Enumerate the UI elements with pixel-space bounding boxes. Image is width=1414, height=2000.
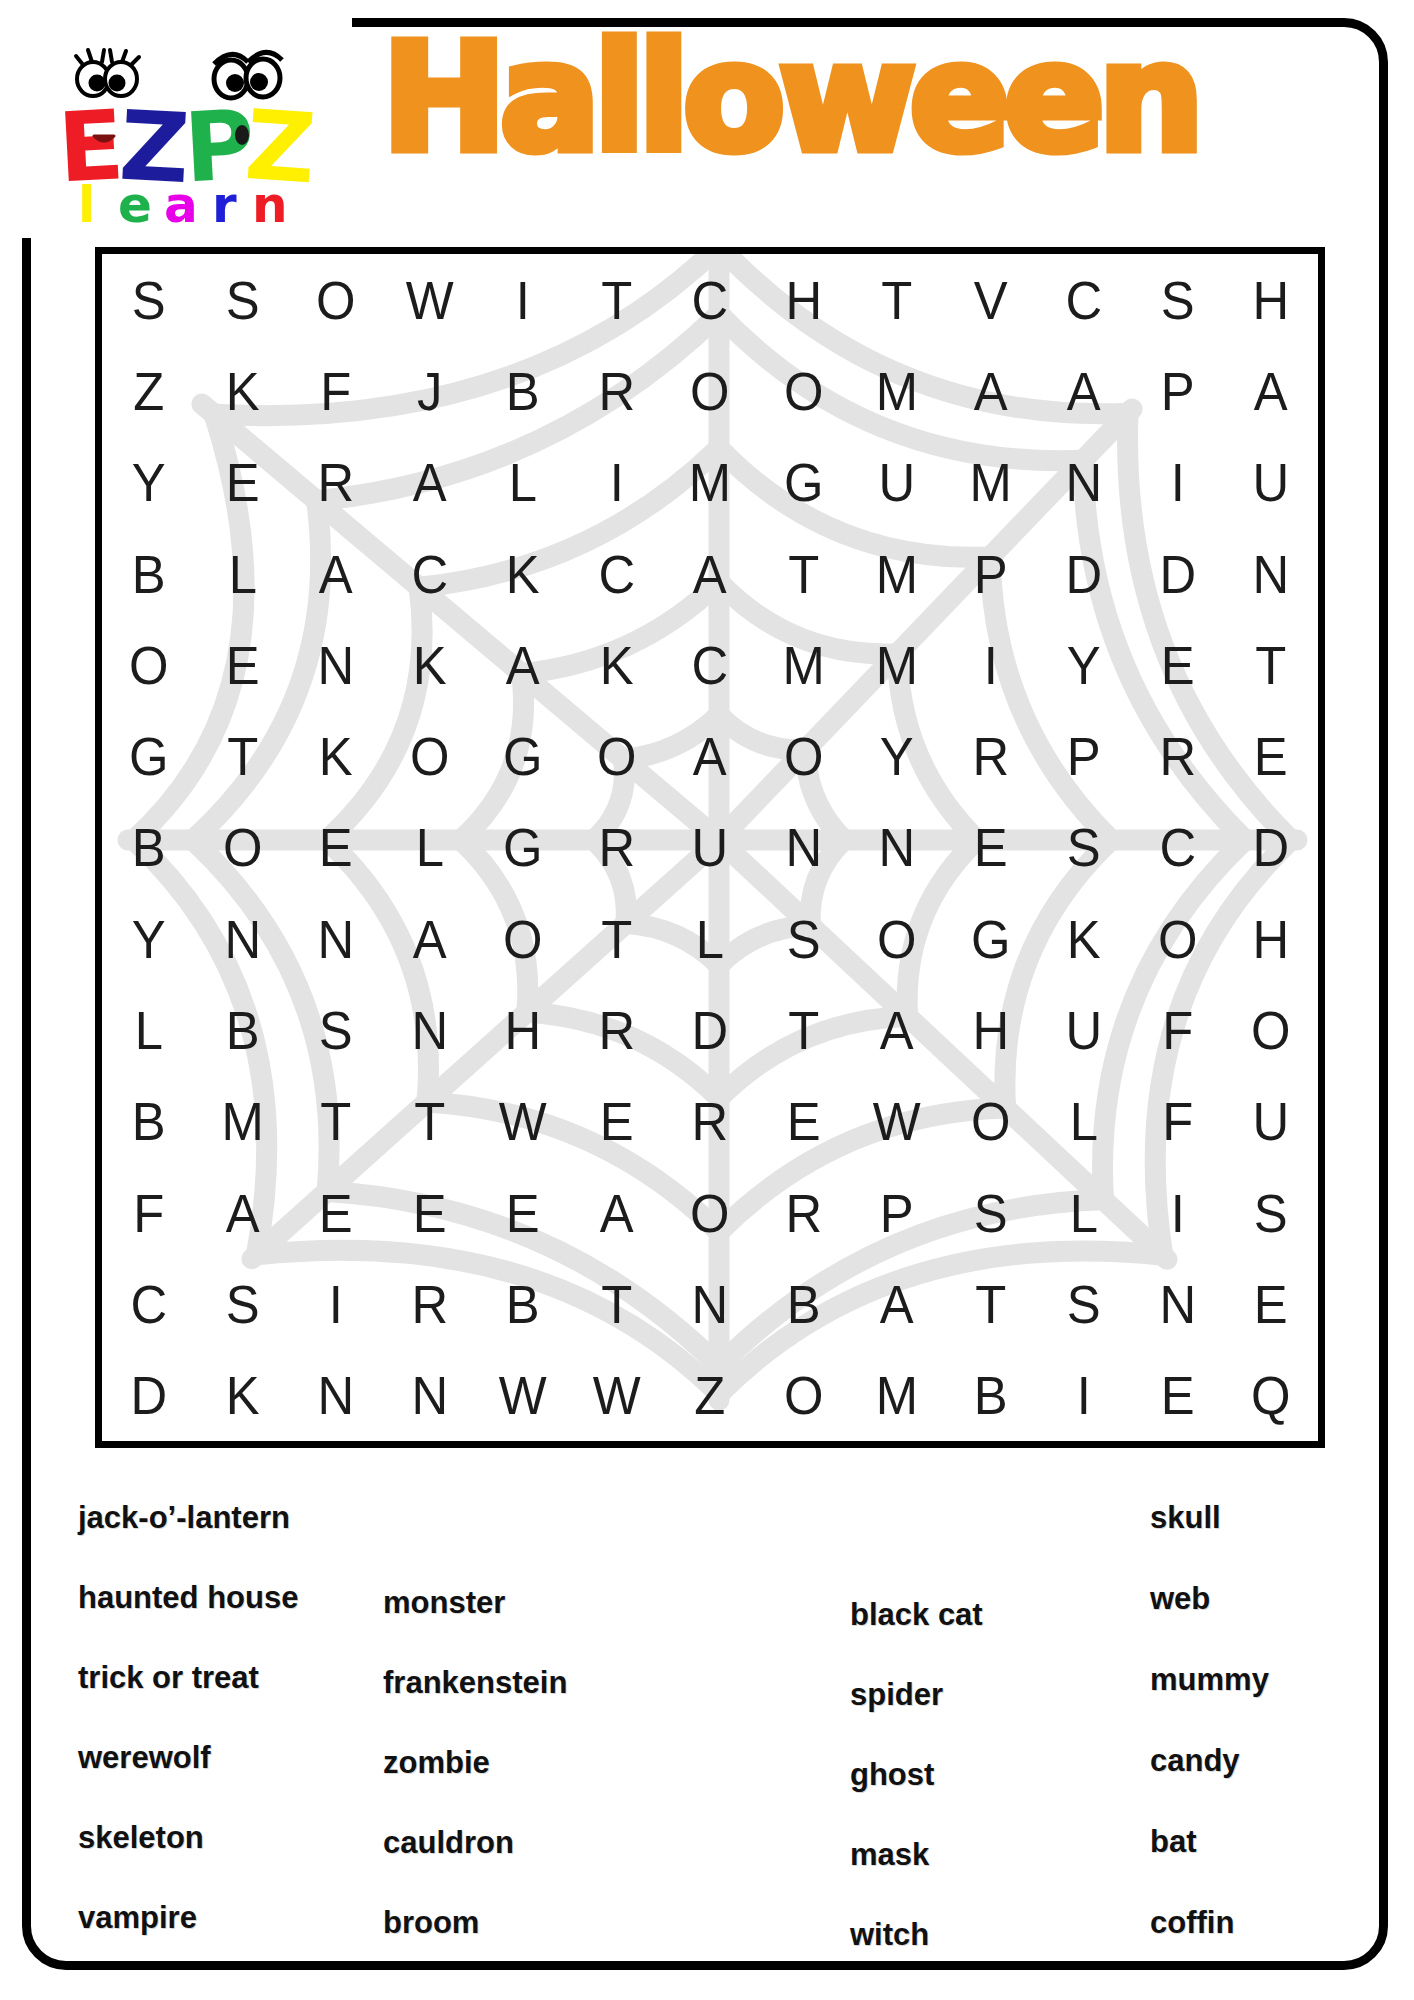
- word-item: witch: [850, 1895, 983, 1975]
- word-list-column-2: monsterfrankensteinzombiecauldronbroom: [383, 1563, 567, 1963]
- grid-cell-r12c5[interactable]: B: [479, 1258, 567, 1349]
- grid-cell-r10c2[interactable]: M: [198, 1076, 286, 1167]
- grid-cell-r9c1[interactable]: L: [105, 984, 193, 1075]
- word-list-column-4: skullwebmummycandybatcoffin: [1150, 1477, 1269, 1963]
- grid-cell-r8c1[interactable]: Y: [105, 893, 193, 984]
- grid-cell-r9c2[interactable]: B: [198, 984, 286, 1075]
- grid-cell-r9c3[interactable]: S: [292, 984, 380, 1075]
- grid-cell-r5c3[interactable]: N: [292, 619, 380, 710]
- grid-cell-r5c11[interactable]: Y: [1040, 619, 1128, 710]
- grid-cell-r13c9[interactable]: M: [853, 1350, 941, 1441]
- grid-cell-r8c7[interactable]: L: [666, 893, 754, 984]
- grid-cell-r13c12[interactable]: E: [1134, 1350, 1222, 1441]
- word-item: frankenstein: [383, 1643, 567, 1723]
- grid-cell-r9c10[interactable]: H: [947, 984, 1035, 1075]
- grid-cell-r1c6[interactable]: T: [572, 254, 660, 345]
- word-item: zombie: [383, 1723, 567, 1803]
- word-item: mummy: [1150, 1639, 1269, 1720]
- grid-cell-r2c4[interactable]: J: [385, 345, 473, 436]
- grid-cell-r11c8[interactable]: R: [760, 1167, 848, 1258]
- word-item: candy: [1150, 1720, 1269, 1801]
- grid-cell-r3c10[interactable]: M: [947, 437, 1035, 528]
- grid-cell-r7c7[interactable]: U: [666, 802, 754, 893]
- word-item: werewolf: [78, 1718, 298, 1798]
- grid-cell-r12c2[interactable]: S: [198, 1258, 286, 1349]
- grid-cell-r4c9[interactable]: M: [853, 528, 941, 619]
- word-item: vampire: [78, 1878, 298, 1958]
- worksheet-page: EZPZ learn Halloween SSOWITCHTVCSHZKFJBR…: [0, 0, 1414, 2000]
- grid-cell-r7c3[interactable]: E: [292, 802, 380, 893]
- learn-letter-e: e: [118, 176, 152, 227]
- grid-cell-r7c8[interactable]: N: [760, 802, 848, 893]
- grid-cell-r3c8[interactable]: G: [760, 437, 848, 528]
- grid-cell-r2c6[interactable]: R: [572, 345, 660, 436]
- grid-cell-r10c6[interactable]: E: [572, 1076, 660, 1167]
- grid-cell-r6c10[interactable]: R: [947, 711, 1035, 802]
- grid-cell-r7c5[interactable]: G: [479, 802, 567, 893]
- grid-cell-r2c9[interactable]: M: [853, 345, 941, 436]
- grid-cell-r1c12[interactable]: S: [1134, 254, 1222, 345]
- o-mouth-icon: [235, 125, 249, 145]
- grid-cell-r8c8[interactable]: S: [760, 893, 848, 984]
- grid-cell-r10c8[interactable]: E: [760, 1076, 848, 1167]
- grid-cell-r2c2[interactable]: K: [198, 345, 286, 436]
- grid-cell-r8c12[interactable]: O: [1134, 893, 1222, 984]
- word-item: jack-o’-lantern: [78, 1478, 298, 1558]
- grid-cell-r10c7[interactable]: R: [666, 1076, 754, 1167]
- grid-cell-r8c2[interactable]: N: [198, 893, 286, 984]
- grid-cell-r12c10[interactable]: T: [947, 1258, 1035, 1349]
- grid-cell-r12c7[interactable]: N: [666, 1258, 754, 1349]
- grid-cell-r12c8[interactable]: B: [760, 1258, 848, 1349]
- grid-cell-r9c9[interactable]: A: [853, 984, 941, 1075]
- grid-cell-r5c12[interactable]: E: [1134, 619, 1222, 710]
- grid-cell-r12c13[interactable]: E: [1227, 1258, 1315, 1349]
- grid-cell-r4c2[interactable]: L: [198, 528, 286, 619]
- ezpz-learn-logo: EZPZ learn: [46, 32, 336, 227]
- word-list-column-3: black catspiderghostmaskwitch: [850, 1575, 983, 1975]
- grid-cell-r4c1[interactable]: B: [105, 528, 193, 619]
- grid-cell-r13c8[interactable]: O: [760, 1350, 848, 1441]
- word-item: web: [1150, 1558, 1269, 1639]
- grid-cell-r11c11[interactable]: L: [1040, 1167, 1128, 1258]
- grid-cell-r6c12[interactable]: R: [1134, 711, 1222, 802]
- grid-cell-r10c10[interactable]: O: [947, 1076, 1035, 1167]
- grid-cell-r6c5[interactable]: G: [479, 711, 567, 802]
- grid-cell-r6c11[interactable]: P: [1040, 711, 1128, 802]
- grid-cell-r2c8[interactable]: O: [760, 345, 848, 436]
- word-item: haunted house: [78, 1558, 298, 1638]
- grid-cell-r11c13[interactable]: S: [1227, 1167, 1315, 1258]
- grid-cell-r1c4[interactable]: W: [385, 254, 473, 345]
- grid-cell-r11c9[interactable]: P: [853, 1167, 941, 1258]
- grid-cell-r13c2[interactable]: K: [198, 1350, 286, 1441]
- word-item: ghost: [850, 1735, 983, 1815]
- grid-cell-r9c7[interactable]: D: [666, 984, 754, 1075]
- grid-cell-r13c7[interactable]: Z: [666, 1350, 754, 1441]
- letter-grid: SSOWITCHTVCSHZKFJBROOMAAPAYERALIMGUMNIUB…: [102, 254, 1318, 1441]
- grid-cell-r9c4[interactable]: N: [385, 984, 473, 1075]
- grid-cell-r7c11[interactable]: S: [1040, 802, 1128, 893]
- grid-cell-r5c4[interactable]: K: [385, 619, 473, 710]
- grid-cell-r6c3[interactable]: K: [292, 711, 380, 802]
- word-item: skeleton: [78, 1798, 298, 1878]
- grid-cell-r8c10[interactable]: G: [947, 893, 1035, 984]
- word-item: bat: [1150, 1801, 1269, 1882]
- grid-cell-r5c10[interactable]: I: [947, 619, 1035, 710]
- grid-cell-r6c1[interactable]: G: [105, 711, 193, 802]
- learn-letter-n: n: [252, 176, 288, 227]
- grid-cell-r9c5[interactable]: H: [479, 984, 567, 1075]
- grid-cell-r11c7[interactable]: O: [666, 1167, 754, 1258]
- grid-cell-r12c6[interactable]: T: [572, 1258, 660, 1349]
- grid-cell-r1c5[interactable]: I: [479, 254, 567, 345]
- grid-cell-r6c9[interactable]: Y: [853, 711, 941, 802]
- word-item: skull: [1150, 1477, 1269, 1558]
- grid-cell-r13c10[interactable]: B: [947, 1350, 1035, 1441]
- word-search-grid: SSOWITCHTVCSHZKFJBROOMAAPAYERALIMGUMNIUB…: [95, 247, 1325, 1448]
- grid-cell-r8c6[interactable]: T: [572, 893, 660, 984]
- grid-cell-r3c4[interactable]: A: [385, 437, 473, 528]
- grid-cell-r12c9[interactable]: A: [853, 1258, 941, 1349]
- grid-cell-r6c2[interactable]: T: [198, 711, 286, 802]
- word-item: cauldron: [383, 1803, 567, 1883]
- grid-cell-r4c12[interactable]: D: [1134, 528, 1222, 619]
- word-item: monster: [383, 1563, 567, 1643]
- grid-cell-r2c1[interactable]: Z: [105, 345, 193, 436]
- grid-cell-r9c6[interactable]: R: [572, 984, 660, 1075]
- grid-cell-r10c9[interactable]: W: [853, 1076, 941, 1167]
- grid-cell-r13c6[interactable]: W: [572, 1350, 660, 1441]
- grid-cell-r7c12[interactable]: C: [1134, 802, 1222, 893]
- grid-cell-r7c2[interactable]: O: [198, 802, 286, 893]
- grid-cell-r11c4[interactable]: E: [385, 1167, 473, 1258]
- grid-cell-r5c6[interactable]: K: [572, 619, 660, 710]
- grid-cell-r1c11[interactable]: C: [1040, 254, 1128, 345]
- grid-cell-r10c1[interactable]: B: [105, 1076, 193, 1167]
- grid-cell-r9c13[interactable]: O: [1227, 984, 1315, 1075]
- grid-cell-r6c7[interactable]: A: [666, 711, 754, 802]
- grid-cell-r1c2[interactable]: S: [198, 254, 286, 345]
- grid-cell-r6c4[interactable]: O: [385, 711, 473, 802]
- grid-cell-r11c10[interactable]: S: [947, 1167, 1035, 1258]
- grid-cell-r3c5[interactable]: L: [479, 437, 567, 528]
- grid-cell-r8c11[interactable]: K: [1040, 893, 1128, 984]
- grid-cell-r10c12[interactable]: F: [1134, 1076, 1222, 1167]
- grid-cell-r2c12[interactable]: P: [1134, 345, 1222, 436]
- smile-mouth-icon: [94, 136, 114, 141]
- grid-cell-r4c10[interactable]: P: [947, 528, 1035, 619]
- grid-cell-r1c8[interactable]: H: [760, 254, 848, 345]
- word-item: black cat: [850, 1575, 983, 1655]
- word-item: broom: [383, 1883, 567, 1963]
- grid-cell-r4c7[interactable]: A: [666, 528, 754, 619]
- grid-cell-r7c4[interactable]: L: [385, 802, 473, 893]
- grid-cell-r1c7[interactable]: C: [666, 254, 754, 345]
- word-list-column-1: jack-o’-lanternhaunted housetrick or tre…: [78, 1478, 298, 1958]
- grid-cell-r12c12[interactable]: N: [1134, 1258, 1222, 1349]
- grid-cell-r2c11[interactable]: A: [1040, 345, 1128, 436]
- grid-cell-r11c5[interactable]: E: [479, 1167, 567, 1258]
- grid-cell-r4c3[interactable]: A: [292, 528, 380, 619]
- grid-cell-r3c11[interactable]: N: [1040, 437, 1128, 528]
- grid-cell-r7c9[interactable]: N: [853, 802, 941, 893]
- grid-cell-r9c8[interactable]: T: [760, 984, 848, 1075]
- grid-cell-r2c3[interactable]: F: [292, 345, 380, 436]
- grid-cell-r4c13[interactable]: N: [1227, 528, 1315, 619]
- grid-cell-r8c13[interactable]: H: [1227, 893, 1315, 984]
- grid-cell-r3c6[interactable]: I: [572, 437, 660, 528]
- word-item: mask: [850, 1815, 983, 1895]
- grid-cell-r10c11[interactable]: L: [1040, 1076, 1128, 1167]
- grid-cell-r13c3[interactable]: N: [292, 1350, 380, 1441]
- grid-cell-r11c3[interactable]: E: [292, 1167, 380, 1258]
- grid-cell-r2c10[interactable]: A: [947, 345, 1035, 436]
- grid-cell-r8c3[interactable]: N: [292, 893, 380, 984]
- grid-cell-r5c2[interactable]: E: [198, 619, 286, 710]
- grid-cell-r10c4[interactable]: T: [385, 1076, 473, 1167]
- grid-cell-r11c12[interactable]: I: [1134, 1167, 1222, 1258]
- grid-cell-r13c4[interactable]: N: [385, 1350, 473, 1441]
- grid-cell-r13c11[interactable]: I: [1040, 1350, 1128, 1441]
- grid-cell-r8c5[interactable]: O: [479, 893, 567, 984]
- grid-cell-r1c10[interactable]: V: [947, 254, 1035, 345]
- grid-cell-r10c5[interactable]: W: [479, 1076, 567, 1167]
- grid-cell-r1c9[interactable]: T: [853, 254, 941, 345]
- grid-cell-r3c1[interactable]: Y: [105, 437, 193, 528]
- grid-cell-r2c13[interactable]: A: [1227, 345, 1315, 436]
- grid-cell-r4c4[interactable]: C: [385, 528, 473, 619]
- grid-cell-r13c1[interactable]: D: [105, 1350, 193, 1441]
- word-item: coffin: [1150, 1882, 1269, 1963]
- grid-cell-r3c12[interactable]: I: [1134, 437, 1222, 528]
- grid-cell-r1c1[interactable]: S: [105, 254, 193, 345]
- grid-cell-r5c8[interactable]: M: [760, 619, 848, 710]
- grid-cell-r5c1[interactable]: O: [105, 619, 193, 710]
- grid-cell-r4c6[interactable]: C: [572, 528, 660, 619]
- grid-cell-r6c13[interactable]: E: [1227, 711, 1315, 802]
- grid-cell-r3c3[interactable]: R: [292, 437, 380, 528]
- grid-cell-r4c8[interactable]: T: [760, 528, 848, 619]
- grid-cell-r2c5[interactable]: B: [479, 345, 567, 436]
- grid-cell-r3c7[interactable]: M: [666, 437, 754, 528]
- grid-cell-r3c9[interactable]: U: [853, 437, 941, 528]
- grid-cell-r2c7[interactable]: O: [666, 345, 754, 436]
- grid-cell-r10c13[interactable]: U: [1227, 1076, 1315, 1167]
- grid-cell-r7c6[interactable]: R: [572, 802, 660, 893]
- grid-cell-r13c13[interactable]: Q: [1227, 1350, 1315, 1441]
- grid-cell-r8c4[interactable]: A: [385, 893, 473, 984]
- grid-cell-r9c11[interactable]: U: [1040, 984, 1128, 1075]
- grid-cell-r6c8[interactable]: O: [760, 711, 848, 802]
- learn-letter-l: l: [78, 176, 95, 227]
- grid-cell-r11c6[interactable]: A: [572, 1167, 660, 1258]
- grid-cell-r7c13[interactable]: D: [1227, 802, 1315, 893]
- grid-cell-r6c6[interactable]: O: [572, 711, 660, 802]
- grid-cell-r5c7[interactable]: C: [666, 619, 754, 710]
- grid-cell-r11c1[interactable]: F: [105, 1167, 193, 1258]
- learn-letter-r: r: [212, 176, 237, 227]
- grid-cell-r7c1[interactable]: B: [105, 802, 193, 893]
- grid-cell-r1c13[interactable]: H: [1227, 254, 1315, 345]
- grid-cell-r4c11[interactable]: D: [1040, 528, 1128, 619]
- grid-cell-r5c5[interactable]: A: [479, 619, 567, 710]
- grid-cell-r3c2[interactable]: E: [198, 437, 286, 528]
- learn-letter-a: a: [164, 176, 198, 227]
- grid-cell-r9c12[interactable]: F: [1134, 984, 1222, 1075]
- grid-cell-r10c3[interactable]: T: [292, 1076, 380, 1167]
- word-item: trick or treat: [78, 1638, 298, 1718]
- grid-cell-r5c9[interactable]: M: [853, 619, 941, 710]
- grid-cell-r13c5[interactable]: W: [479, 1350, 567, 1441]
- grid-cell-r3c13[interactable]: U: [1227, 437, 1315, 528]
- grid-cell-r12c1[interactable]: C: [105, 1258, 193, 1349]
- grid-cell-r12c3[interactable]: I: [292, 1258, 380, 1349]
- grid-cell-r12c11[interactable]: S: [1040, 1258, 1128, 1349]
- grid-cell-r7c10[interactable]: E: [947, 802, 1035, 893]
- grid-cell-r4c5[interactable]: K: [479, 528, 567, 619]
- grid-cell-r8c9[interactable]: O: [853, 893, 941, 984]
- grid-cell-r1c3[interactable]: O: [292, 254, 380, 345]
- page-title: Halloween: [340, 18, 1240, 188]
- grid-cell-r12c4[interactable]: R: [385, 1258, 473, 1349]
- word-item: spider: [850, 1655, 983, 1735]
- grid-cell-r5c13[interactable]: T: [1227, 619, 1315, 710]
- grid-cell-r11c2[interactable]: A: [198, 1167, 286, 1258]
